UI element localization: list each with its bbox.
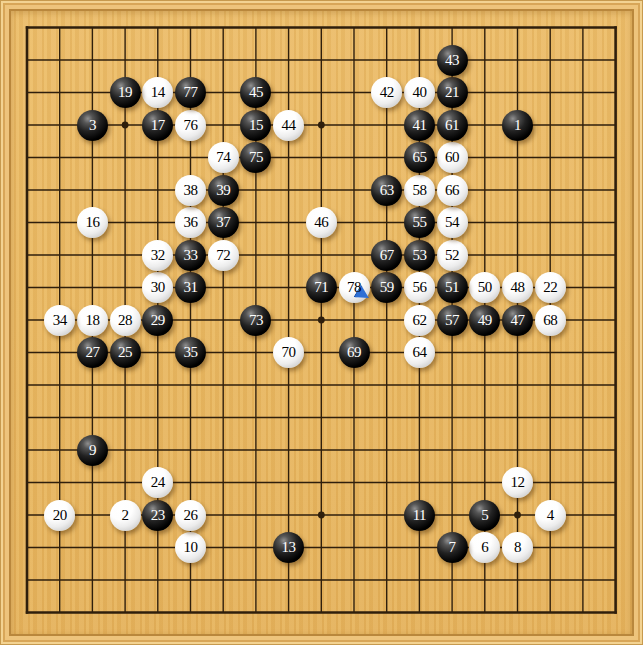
black-stone-65: 65 <box>404 142 435 173</box>
black-stone-5: 5 <box>469 500 500 531</box>
white-stone-40: 40 <box>404 77 435 108</box>
move-number: 54 <box>445 215 459 230</box>
move-number: 16 <box>85 215 99 230</box>
black-stone-47: 47 <box>502 305 533 336</box>
move-number: 53 <box>412 248 426 263</box>
black-stone-11: 11 <box>404 500 435 531</box>
white-stone-70: 70 <box>273 337 304 368</box>
move-number: 8 <box>514 540 521 555</box>
black-stone-1: 1 <box>502 110 533 141</box>
move-number: 41 <box>412 118 426 133</box>
black-stone-39: 39 <box>208 175 239 206</box>
move-number: 19 <box>118 85 132 100</box>
move-number: 35 <box>184 345 198 360</box>
white-stone-52: 52 <box>437 240 468 271</box>
move-number: 5 <box>481 508 488 523</box>
white-stone-54: 54 <box>437 207 468 238</box>
black-stone-53: 53 <box>404 240 435 271</box>
white-stone-48: 48 <box>502 272 533 303</box>
move-number: 22 <box>543 280 557 295</box>
white-stone-2: 2 <box>110 500 141 531</box>
move-number: 4 <box>547 508 554 523</box>
go-kifu-viewer: 1234567891011121314151617181920212223242… <box>0 0 643 647</box>
black-stone-33: 33 <box>175 240 206 271</box>
move-number: 6 <box>481 540 488 555</box>
move-number: 45 <box>249 85 263 100</box>
star-point <box>318 122 325 129</box>
white-stone-60: 60 <box>437 142 468 173</box>
star-point <box>318 317 325 324</box>
move-number: 12 <box>511 475 525 490</box>
move-number: 32 <box>151 248 165 263</box>
black-stone-71: 71 <box>306 272 337 303</box>
white-stone-34: 34 <box>44 305 75 336</box>
black-stone-19: 19 <box>110 77 141 108</box>
move-number: 13 <box>282 540 296 555</box>
black-stone-23: 23 <box>142 500 173 531</box>
move-number: 55 <box>412 215 426 230</box>
black-stone-17: 17 <box>142 110 173 141</box>
black-stone-73: 73 <box>240 305 271 336</box>
white-stone-28: 28 <box>110 305 141 336</box>
move-number: 36 <box>184 215 198 230</box>
black-stone-3: 3 <box>77 110 108 141</box>
move-number: 10 <box>184 540 198 555</box>
move-number: 52 <box>445 248 459 263</box>
star-point <box>122 122 129 129</box>
black-stone-63: 63 <box>371 175 402 206</box>
white-stone-64: 64 <box>404 337 435 368</box>
move-number: 14 <box>151 85 165 100</box>
white-stone-62: 62 <box>404 305 435 336</box>
move-number: 57 <box>445 313 459 328</box>
move-number: 75 <box>249 150 263 165</box>
white-stone-12: 12 <box>502 467 533 498</box>
move-number: 67 <box>380 248 394 263</box>
white-stone-36: 36 <box>175 207 206 238</box>
move-number: 29 <box>151 313 165 328</box>
white-stone-66: 66 <box>437 175 468 206</box>
black-stone-13: 13 <box>273 532 304 563</box>
move-number: 11 <box>413 508 426 523</box>
white-stone-42: 42 <box>371 77 402 108</box>
white-stone-44: 44 <box>273 110 304 141</box>
go-board[interactable]: 1234567891011121314151617181920212223242… <box>0 0 643 645</box>
star-point <box>514 512 521 519</box>
move-number: 49 <box>478 313 492 328</box>
black-stone-57: 57 <box>437 305 468 336</box>
black-stone-25: 25 <box>110 337 141 368</box>
move-number: 33 <box>184 248 198 263</box>
white-stone-74: 74 <box>208 142 239 173</box>
move-number: 1 <box>514 118 521 133</box>
black-stone-9: 9 <box>77 435 108 466</box>
move-number: 48 <box>511 280 525 295</box>
black-stone-41: 41 <box>404 110 435 141</box>
move-number: 56 <box>412 280 426 295</box>
move-number: 65 <box>412 150 426 165</box>
move-number: 78 <box>347 280 361 295</box>
move-number: 47 <box>511 313 525 328</box>
white-stone-18: 18 <box>77 305 108 336</box>
move-number: 70 <box>282 345 296 360</box>
move-number: 59 <box>380 280 394 295</box>
white-stone-58: 58 <box>404 175 435 206</box>
black-stone-35: 35 <box>175 337 206 368</box>
move-number: 15 <box>249 118 263 133</box>
move-number: 27 <box>85 345 99 360</box>
move-number: 40 <box>412 85 426 100</box>
move-number: 28 <box>118 313 132 328</box>
move-number: 64 <box>412 345 426 360</box>
black-stone-49: 49 <box>469 305 500 336</box>
move-number: 46 <box>314 215 328 230</box>
black-stone-21: 21 <box>437 77 468 108</box>
white-stone-56: 56 <box>404 272 435 303</box>
move-number: 25 <box>118 345 132 360</box>
white-stone-4: 4 <box>535 500 566 531</box>
move-number: 37 <box>216 215 230 230</box>
white-stone-20: 20 <box>44 500 75 531</box>
move-number: 63 <box>380 183 394 198</box>
move-number: 24 <box>151 475 165 490</box>
move-number: 61 <box>445 118 459 133</box>
black-stone-59: 59 <box>371 272 402 303</box>
move-number: 72 <box>216 248 230 263</box>
move-number: 66 <box>445 183 459 198</box>
move-number: 7 <box>449 540 456 555</box>
move-number: 42 <box>380 85 394 100</box>
white-stone-38: 38 <box>175 175 206 206</box>
white-stone-26: 26 <box>175 500 206 531</box>
move-number: 31 <box>184 280 198 295</box>
move-number: 50 <box>478 280 492 295</box>
black-stone-29: 29 <box>142 305 173 336</box>
black-stone-37: 37 <box>208 207 239 238</box>
white-stone-22: 22 <box>535 272 566 303</box>
black-stone-61: 61 <box>437 110 468 141</box>
move-number: 18 <box>85 313 99 328</box>
white-stone-78: 78 <box>339 272 370 303</box>
move-number: 69 <box>347 345 361 360</box>
move-number: 44 <box>282 118 296 133</box>
move-number: 76 <box>184 118 198 133</box>
move-number: 43 <box>445 53 459 68</box>
move-number: 20 <box>53 508 67 523</box>
black-stone-69: 69 <box>339 337 370 368</box>
move-number: 74 <box>216 150 230 165</box>
move-number: 26 <box>184 508 198 523</box>
move-number: 23 <box>151 508 165 523</box>
move-number: 17 <box>151 118 165 133</box>
black-stone-31: 31 <box>175 272 206 303</box>
white-stone-76: 76 <box>175 110 206 141</box>
move-number: 2 <box>122 508 129 523</box>
white-stone-10: 10 <box>175 532 206 563</box>
black-stone-77: 77 <box>175 77 206 108</box>
black-stone-51: 51 <box>437 272 468 303</box>
move-number: 9 <box>89 443 96 458</box>
white-stone-46: 46 <box>306 207 337 238</box>
white-stone-68: 68 <box>535 305 566 336</box>
black-stone-7: 7 <box>437 532 468 563</box>
white-stone-32: 32 <box>142 240 173 271</box>
move-number: 51 <box>445 280 459 295</box>
black-stone-67: 67 <box>371 240 402 271</box>
move-number: 71 <box>314 280 328 295</box>
move-number: 34 <box>53 313 67 328</box>
move-number: 58 <box>412 183 426 198</box>
move-number: 3 <box>89 118 96 133</box>
star-point <box>318 512 325 519</box>
black-stone-43: 43 <box>437 45 468 76</box>
move-number: 38 <box>184 183 198 198</box>
move-number: 73 <box>249 313 263 328</box>
black-stone-27: 27 <box>77 337 108 368</box>
move-number: 30 <box>151 280 165 295</box>
white-stone-72: 72 <box>208 240 239 271</box>
black-stone-15: 15 <box>240 110 271 141</box>
move-number: 62 <box>412 313 426 328</box>
move-number: 68 <box>543 313 557 328</box>
move-number: 39 <box>216 183 230 198</box>
move-number: 77 <box>184 85 198 100</box>
move-number: 60 <box>445 150 459 165</box>
black-stone-55: 55 <box>404 207 435 238</box>
move-number: 21 <box>445 85 459 100</box>
white-stone-8: 8 <box>502 532 533 563</box>
white-stone-16: 16 <box>77 207 108 238</box>
